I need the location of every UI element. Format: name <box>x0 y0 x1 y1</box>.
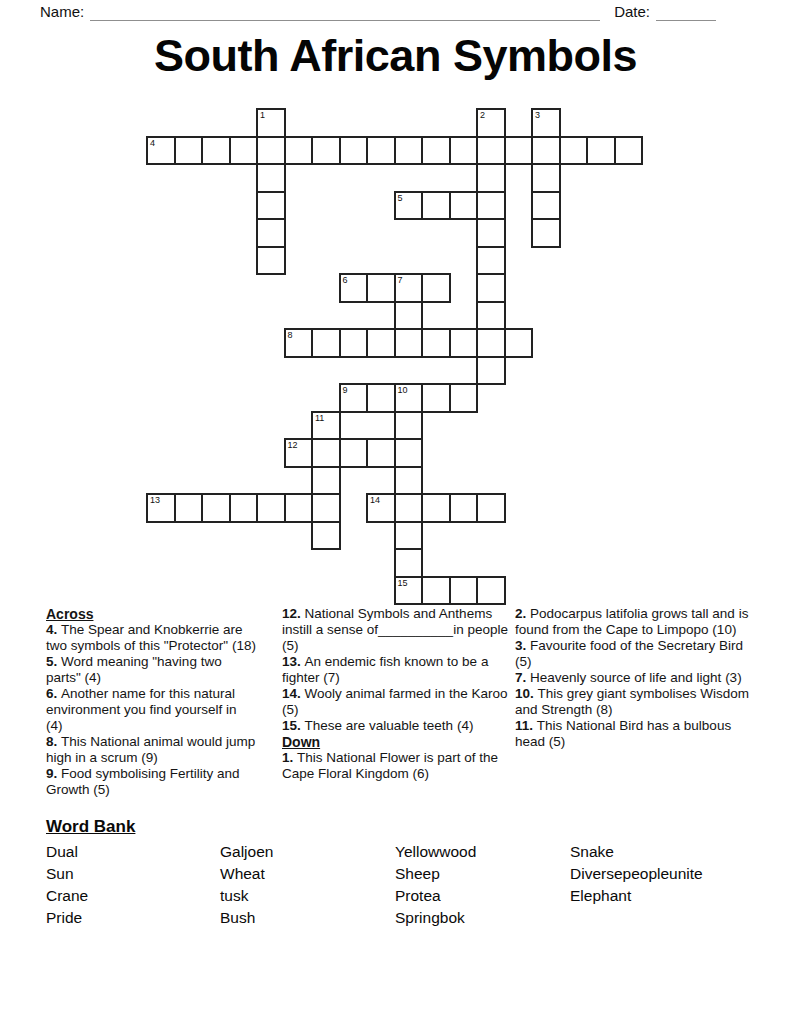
word-bank-column-2: GaljoenWheattuskBush <box>220 841 273 929</box>
word-bank-item: Pride <box>46 907 88 929</box>
grid-cell-r8c11[interactable] <box>449 328 479 358</box>
grid-cell-r8c13[interactable] <box>504 328 534 358</box>
down-clue-11: 11. This National Bird has a bulbous hea… <box>515 718 761 750</box>
clue-column-3: 2. Podocarpus latifolia grows tall and i… <box>515 606 761 750</box>
grid-cell-r2c14[interactable] <box>531 163 561 193</box>
word-bank-column-3: YellowwoodSheepProteaSpringbok <box>395 841 476 929</box>
grid-cell-r1c10[interactable] <box>421 136 451 166</box>
grid-cell-r1c1[interactable] <box>174 136 204 166</box>
down-clue-2: 2. Podocarpus latifolia grows tall and i… <box>515 606 761 638</box>
down-clue-3: 3. Favourite food of the Secretary Bird … <box>515 638 761 670</box>
grid-cell-r0c14[interactable]: 3 <box>531 108 561 138</box>
cell-clue-number: 14 <box>370 495 380 505</box>
across-clue-6: 6. Another name for this natural environ… <box>46 686 256 734</box>
worksheet-header: Name: Date: <box>40 3 716 21</box>
grid-cell-r1c17[interactable] <box>614 136 644 166</box>
grid-cell-r12c9[interactable] <box>394 438 424 468</box>
worksheet-page: Name: Date: South African Symbols 123456… <box>0 0 791 1024</box>
across-clue-15: 15. These are valuable teeth (4) <box>282 718 512 734</box>
grid-cell-r8c7[interactable] <box>339 328 369 358</box>
grid-cell-r8c6[interactable] <box>311 328 341 358</box>
grid-cell-r13c9[interactable] <box>394 466 424 496</box>
grid-cell-r1c4[interactable] <box>256 136 286 166</box>
word-bank-column-4: SnakeDiversepeopleuniteElephant <box>570 841 703 907</box>
grid-cell-r11c6[interactable]: 11 <box>311 411 341 441</box>
grid-cell-r6c9[interactable]: 7 <box>394 273 424 303</box>
grid-cell-r1c14[interactable] <box>531 136 561 166</box>
across-clue-5: 5. Word meaning "having two parts" (4) <box>46 654 256 686</box>
grid-cell-r3c14[interactable] <box>531 191 561 221</box>
across-clue-12: 12. National Symbols and Anthems instill… <box>282 606 512 654</box>
grid-cell-r1c0[interactable]: 4 <box>146 136 176 166</box>
grid-cell-r14c6[interactable] <box>311 493 341 523</box>
cell-clue-number: 4 <box>150 138 155 148</box>
word-bank-column-1: DualSunCranePride <box>46 841 88 929</box>
grid-cell-r1c3[interactable] <box>229 136 259 166</box>
grid-cell-r12c5[interactable]: 12 <box>284 438 314 468</box>
cell-clue-number: 1 <box>260 110 265 120</box>
grid-cell-r9c12[interactable] <box>476 356 506 386</box>
grid-cell-r1c12[interactable] <box>476 136 506 166</box>
grid-cell-r3c11[interactable] <box>449 191 479 221</box>
grid-cell-r10c7[interactable]: 9 <box>339 383 369 413</box>
grid-cell-r0c12[interactable]: 2 <box>476 108 506 138</box>
word-bank-item: Sheep <box>395 863 476 885</box>
grid-cell-r8c9[interactable] <box>394 328 424 358</box>
grid-cell-r10c8[interactable] <box>366 383 396 413</box>
cell-clue-number: 3 <box>535 110 540 120</box>
cell-clue-number: 9 <box>343 385 348 395</box>
down-clue-10: 10. This grey giant symbolises Wisdom an… <box>515 686 761 718</box>
grid-cell-r12c6[interactable] <box>311 438 341 468</box>
cell-clue-number: 5 <box>398 193 403 203</box>
grid-cell-r4c4[interactable] <box>256 218 286 248</box>
grid-cell-r1c13[interactable] <box>504 136 534 166</box>
grid-cell-r0c4[interactable]: 1 <box>256 108 286 138</box>
crossword-grid: 123456789101112131415 <box>146 108 644 606</box>
grid-cell-r7c9[interactable] <box>394 301 424 331</box>
grid-cell-r2c12[interactable] <box>476 163 506 193</box>
date-label: Date: <box>614 3 650 21</box>
cell-clue-number: 7 <box>398 275 403 285</box>
grid-cell-r7c12[interactable] <box>476 301 506 331</box>
grid-cell-r14c11[interactable] <box>449 493 479 523</box>
clue-column-1: Across4. The Spear and Knobkerrie are tw… <box>46 606 256 798</box>
grid-cell-r14c0[interactable]: 13 <box>146 493 176 523</box>
grid-cell-r8c8[interactable] <box>366 328 396 358</box>
cell-clue-number: 6 <box>343 275 348 285</box>
word-bank-item: Yellowwood <box>395 841 476 863</box>
cell-clue-number: 8 <box>288 330 293 340</box>
name-label: Name: <box>40 3 84 21</box>
grid-cell-r17c9[interactable]: 15 <box>394 576 424 606</box>
word-bank-item: Wheat <box>220 863 273 885</box>
grid-cell-r4c14[interactable] <box>531 218 561 248</box>
grid-cell-r4c12[interactable] <box>476 218 506 248</box>
across-heading: Across <box>46 606 256 622</box>
word-bank-item: tusk <box>220 885 273 907</box>
grid-cell-r14c1[interactable] <box>174 493 204 523</box>
grid-cell-r2c4[interactable] <box>256 163 286 193</box>
grid-cell-r3c9[interactable]: 5 <box>394 191 424 221</box>
grid-cell-r16c9[interactable] <box>394 548 424 578</box>
word-bank-item: Galjoen <box>220 841 273 863</box>
grid-cell-r11c9[interactable] <box>394 411 424 441</box>
grid-cell-r1c2[interactable] <box>201 136 231 166</box>
grid-cell-r15c9[interactable] <box>394 521 424 551</box>
grid-cell-r6c8[interactable] <box>366 273 396 303</box>
grid-cell-r8c12[interactable] <box>476 328 506 358</box>
date-blank-line[interactable] <box>656 4 716 21</box>
grid-cell-r12c7[interactable] <box>339 438 369 468</box>
grid-cell-r1c11[interactable] <box>449 136 479 166</box>
across-clue-8: 8. This National animal would jump high … <box>46 734 256 766</box>
across-clue-13: 13. An endemic fish known to be a fighte… <box>282 654 512 686</box>
grid-cell-r17c10[interactable] <box>421 576 451 606</box>
grid-cell-r14c10[interactable] <box>421 493 451 523</box>
cell-clue-number: 13 <box>150 495 160 505</box>
grid-cell-r1c8[interactable] <box>366 136 396 166</box>
word-bank-item: Dual <box>46 841 88 863</box>
grid-cell-r5c4[interactable] <box>256 246 286 276</box>
cell-clue-number: 2 <box>480 110 485 120</box>
grid-cell-r1c16[interactable] <box>586 136 616 166</box>
grid-cell-r10c9[interactable]: 10 <box>394 383 424 413</box>
name-blank-line[interactable] <box>90 4 600 21</box>
grid-cell-r6c10[interactable] <box>421 273 451 303</box>
grid-cell-r14c5[interactable] <box>284 493 314 523</box>
grid-cell-r5c12[interactable] <box>476 246 506 276</box>
grid-cell-r17c12[interactable] <box>476 576 506 606</box>
down-clue-7: 7. Heavenly source of life and light (3) <box>515 670 761 686</box>
grid-cell-r3c10[interactable] <box>421 191 451 221</box>
word-bank-item: Springbok <box>395 907 476 929</box>
grid-cell-r14c2[interactable] <box>201 493 231 523</box>
down-heading: Down <box>282 734 512 750</box>
cell-clue-number: 12 <box>288 440 298 450</box>
grid-cell-r1c6[interactable] <box>311 136 341 166</box>
grid-cell-r17c11[interactable] <box>449 576 479 606</box>
grid-cell-r3c4[interactable] <box>256 191 286 221</box>
word-bank-item: Diversepeopleunite <box>570 863 703 885</box>
cell-clue-number: 11 <box>315 413 324 423</box>
grid-cell-r1c7[interactable] <box>339 136 369 166</box>
grid-cell-r8c5[interactable]: 8 <box>284 328 314 358</box>
clue-column-2: 12. National Symbols and Anthems instill… <box>282 606 512 782</box>
grid-cell-r14c4[interactable] <box>256 493 286 523</box>
word-bank-item: Protea <box>395 885 476 907</box>
grid-cell-r1c5[interactable] <box>284 136 314 166</box>
grid-cell-r1c9[interactable] <box>394 136 424 166</box>
word-bank-item: Sun <box>46 863 88 885</box>
puzzle-title: South African Symbols <box>0 30 791 82</box>
down-clue-1: 1. This National Flower is part of the C… <box>282 750 512 782</box>
grid-cell-r10c10[interactable] <box>421 383 451 413</box>
grid-cell-r14c12[interactable] <box>476 493 506 523</box>
word-bank-heading: Word Bank <box>46 817 135 837</box>
grid-cell-r8c10[interactable] <box>421 328 451 358</box>
across-clue-14: 14. Wooly animal farmed in the Karoo (5) <box>282 686 512 718</box>
grid-cell-r1c15[interactable] <box>559 136 589 166</box>
grid-cell-r10c11[interactable] <box>449 383 479 413</box>
word-bank-item: Elephant <box>570 885 703 907</box>
grid-cell-r13c6[interactable] <box>311 466 341 496</box>
grid-cell-r14c3[interactable] <box>229 493 259 523</box>
across-clue-4: 4. The Spear and Knobkerrie are two symb… <box>46 622 256 654</box>
grid-cell-r6c7[interactable]: 6 <box>339 273 369 303</box>
grid-cell-r14c8[interactable]: 14 <box>366 493 396 523</box>
word-bank-item: Bush <box>220 907 273 929</box>
word-bank-item: Crane <box>46 885 88 907</box>
across-clue-9: 9. Food symbolising Fertility and Growth… <box>46 766 256 798</box>
grid-cell-r3c12[interactable] <box>476 191 506 221</box>
grid-cell-r12c8[interactable] <box>366 438 396 468</box>
cell-clue-number: 15 <box>398 578 408 588</box>
grid-cell-r15c6[interactable] <box>311 521 341 551</box>
cell-clue-number: 10 <box>398 385 408 395</box>
grid-cell-r6c12[interactable] <box>476 273 506 303</box>
grid-cell-r14c9[interactable] <box>394 493 424 523</box>
word-bank-item: Snake <box>570 841 703 863</box>
